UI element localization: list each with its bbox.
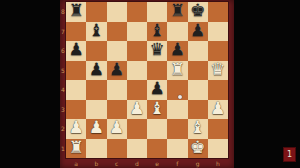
square-d5[interactable] [127, 61, 147, 81]
square-c2[interactable]: ♟ [107, 119, 127, 139]
square-f7[interactable] [167, 22, 187, 42]
square-b8[interactable] [86, 2, 106, 22]
rank-coordinates: 87654321 [60, 2, 66, 158]
square-c5[interactable]: ♟ [107, 61, 127, 81]
square-f5[interactable]: ♜ [167, 61, 187, 81]
square-a8[interactable]: ♜ [66, 2, 86, 22]
file-label-b: b [86, 158, 106, 168]
square-g2[interactable]: ♝ [188, 119, 208, 139]
square-c3[interactable] [107, 100, 127, 120]
square-e3[interactable]: ♝ [147, 100, 167, 120]
piece-white-rook: ♜ [69, 139, 84, 156]
square-g4[interactable] [188, 80, 208, 100]
square-b6[interactable] [86, 41, 106, 61]
mouse-cursor [178, 95, 182, 99]
square-h1[interactable] [208, 139, 228, 159]
file-label-e: e [147, 158, 167, 168]
square-a3[interactable] [66, 100, 86, 120]
square-f6[interactable]: ♟ [167, 41, 187, 61]
file-coordinates: abcdefgh [66, 158, 228, 168]
channel-logo: 1 [283, 147, 296, 162]
rank-label-4: 4 [60, 80, 66, 100]
video-frame: ♜♜♚♝♝♟♟♛♟♟♟♜♛♟♟♝♟♟♟♟♝♜♚ 87654321 abcdefg… [0, 0, 300, 168]
square-h3[interactable]: ♟ [208, 100, 228, 120]
piece-black-pawn: ♟ [170, 41, 185, 58]
square-h2[interactable] [208, 119, 228, 139]
piece-white-pawn: ♟ [210, 100, 225, 117]
piece-black-bishop: ♝ [89, 22, 104, 39]
square-c7[interactable] [107, 22, 127, 42]
rank-label-6: 6 [60, 41, 66, 61]
piece-white-queen: ♛ [210, 61, 225, 78]
piece-black-pawn: ♟ [150, 80, 165, 97]
square-d4[interactable] [127, 80, 147, 100]
square-b7[interactable]: ♝ [86, 22, 106, 42]
square-e4[interactable]: ♟ [147, 80, 167, 100]
rank-label-1: 1 [60, 139, 66, 159]
piece-black-pawn: ♟ [69, 41, 84, 58]
square-a1[interactable]: ♜ [66, 139, 86, 159]
file-label-f: f [167, 158, 187, 168]
square-f8[interactable]: ♜ [167, 2, 187, 22]
square-d2[interactable] [127, 119, 147, 139]
file-label-h: h [208, 158, 228, 168]
square-h8[interactable] [208, 2, 228, 22]
piece-white-bishop: ♝ [190, 119, 205, 136]
rank-label-2: 2 [60, 119, 66, 139]
square-d8[interactable] [127, 2, 147, 22]
piece-white-pawn: ♟ [89, 119, 104, 136]
square-g8[interactable]: ♚ [188, 2, 208, 22]
square-f3[interactable] [167, 100, 187, 120]
square-h6[interactable] [208, 41, 228, 61]
square-f2[interactable] [167, 119, 187, 139]
file-label-d: d [127, 158, 147, 168]
channel-logo-text: 1 [287, 151, 292, 159]
piece-black-queen: ♛ [150, 41, 165, 58]
rank-label-8: 8 [60, 2, 66, 22]
piece-black-pawn: ♟ [109, 61, 124, 78]
file-label-c: c [107, 158, 127, 168]
square-e8[interactable] [147, 2, 167, 22]
rank-label-3: 3 [60, 100, 66, 120]
square-b3[interactable] [86, 100, 106, 120]
square-a6[interactable]: ♟ [66, 41, 86, 61]
piece-white-pawn: ♟ [69, 119, 84, 136]
square-e1[interactable] [147, 139, 167, 159]
square-h5[interactable]: ♛ [208, 61, 228, 81]
square-e7[interactable]: ♝ [147, 22, 167, 42]
piece-black-pawn: ♟ [190, 22, 205, 39]
square-c1[interactable] [107, 139, 127, 159]
piece-white-rook: ♜ [170, 61, 185, 78]
piece-black-bishop: ♝ [150, 22, 165, 39]
square-g3[interactable] [188, 100, 208, 120]
piece-black-pawn: ♟ [89, 61, 104, 78]
letterbox-left [0, 0, 60, 168]
square-h4[interactable] [208, 80, 228, 100]
square-c6[interactable] [107, 41, 127, 61]
square-g7[interactable]: ♟ [188, 22, 208, 42]
square-a7[interactable] [66, 22, 86, 42]
file-label-g: g [188, 158, 208, 168]
letterbox-right [234, 0, 300, 168]
square-f1[interactable] [167, 139, 187, 159]
file-label-a: a [66, 158, 86, 168]
piece-white-bishop: ♝ [150, 100, 165, 117]
square-c4[interactable] [107, 80, 127, 100]
square-e6[interactable]: ♛ [147, 41, 167, 61]
square-a4[interactable] [66, 80, 86, 100]
square-d3[interactable]: ♟ [127, 100, 147, 120]
square-h7[interactable] [208, 22, 228, 42]
piece-white-king: ♚ [190, 139, 205, 156]
square-g1[interactable]: ♚ [188, 139, 208, 159]
rank-label-7: 7 [60, 22, 66, 42]
square-b1[interactable] [86, 139, 106, 159]
square-a2[interactable]: ♟ [66, 119, 86, 139]
square-d7[interactable] [127, 22, 147, 42]
piece-black-rook: ♜ [170, 2, 185, 19]
square-b4[interactable] [86, 80, 106, 100]
square-g5[interactable] [188, 61, 208, 81]
square-d6[interactable] [127, 41, 147, 61]
piece-black-king: ♚ [190, 2, 205, 19]
square-b5[interactable]: ♟ [86, 61, 106, 81]
piece-white-pawn: ♟ [129, 100, 144, 117]
piece-white-pawn: ♟ [109, 119, 124, 136]
square-a5[interactable] [66, 61, 86, 81]
square-e2[interactable] [147, 119, 167, 139]
square-b2[interactable]: ♟ [86, 119, 106, 139]
chess-board: ♜♜♚♝♝♟♟♛♟♟♟♜♛♟♟♝♟♟♟♟♝♜♚ [66, 2, 228, 158]
piece-black-rook: ♜ [69, 2, 84, 19]
rank-label-5: 5 [60, 61, 66, 81]
square-e5[interactable] [147, 61, 167, 81]
square-c8[interactable] [107, 2, 127, 22]
square-d1[interactable] [127, 139, 147, 159]
square-g6[interactable] [188, 41, 208, 61]
